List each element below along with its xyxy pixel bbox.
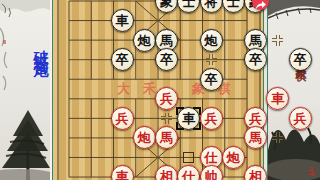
piece-red-soldier[interactable]: 兵: [289, 107, 312, 130]
piece-red-chariot[interactable]: 車: [266, 87, 289, 110]
piece-glyph: 炮: [205, 34, 218, 47]
piece-glyph: 相: [249, 170, 262, 180]
piece-red-chariot[interactable]: 車: [111, 165, 134, 180]
piece-black-soldier[interactable]: 卒: [111, 48, 134, 71]
piece-red-soldier[interactable]: 兵: [155, 87, 178, 110]
piece-glyph: 炮: [227, 151, 240, 164]
piece-glyph: 車: [271, 92, 284, 105]
piece-glyph: 将: [205, 0, 218, 8]
piece-glyph: 車: [182, 112, 195, 125]
piece-black-advisor[interactable]: 士: [222, 0, 245, 13]
piece-glyph: 兵: [205, 112, 218, 125]
piece-glyph: 馬: [160, 131, 173, 144]
piece-glyph: 兵: [160, 92, 173, 105]
piece-red-soldier[interactable]: 兵: [111, 107, 134, 130]
piece-glyph: 兵: [249, 112, 262, 125]
piece-black-cannon[interactable]: 炮: [133, 29, 156, 52]
position-cross-marker: [272, 35, 283, 46]
piece-red-cannon[interactable]: 炮: [133, 126, 156, 149]
piece-red-advisor[interactable]: 仕: [177, 165, 200, 180]
share-arrow-icon: [255, 0, 267, 10]
piece-glyph: 兵: [294, 112, 307, 125]
piece-glyph: 馬: [249, 131, 262, 144]
piece-black-elephant[interactable]: 象: [155, 0, 178, 13]
pine-tree: [0, 110, 50, 180]
landscape-painting-left: [0, 0, 50, 180]
piece-glyph: 士: [227, 0, 240, 8]
xiangqi-board[interactable]: 大禾象棋 象士将士象車炮馬炮馬卒卒卒卒卒車兵車兵兵兵兵炮馬馬仕炮車相仕帅相: [53, 0, 263, 180]
piece-glyph: 仕: [205, 151, 218, 164]
piece-glyph: 士: [182, 0, 195, 8]
game-screen: 破过宫炮 大禾象棋 大禾象棋 象士将士象車炮馬炮馬卒卒卒卒卒車兵車兵兵兵兵炮馬馬…: [0, 0, 320, 180]
piece-black-advisor[interactable]: 士: [177, 0, 200, 13]
piece-glyph: 車: [116, 14, 129, 27]
move-origin-marker: [183, 152, 194, 163]
piece-red-soldier[interactable]: 兵: [200, 107, 223, 130]
opening-title: 破过宫炮: [31, 38, 50, 54]
piece-glyph: 卒: [294, 53, 307, 66]
piece-glyph: 相: [160, 170, 173, 180]
piece-glyph: 馬: [249, 34, 262, 47]
piece-red-horse[interactable]: 馬: [244, 126, 267, 149]
piece-black-general[interactable]: 将: [200, 0, 223, 13]
piece-black-cannon[interactable]: 炮: [200, 29, 223, 52]
piece-glyph: 炮: [138, 34, 151, 47]
piece-glyph: 象: [160, 0, 173, 8]
piece-red-elephant[interactable]: 相: [155, 165, 178, 180]
piece-glyph: 卒: [205, 73, 218, 86]
piece-glyph: 炮: [138, 131, 151, 144]
position-cross-marker: [272, 132, 283, 143]
piece-red-general[interactable]: 帅: [200, 165, 223, 180]
piece-black-soldier[interactable]: 卒: [200, 68, 223, 91]
piece-glyph: 帅: [205, 170, 218, 180]
piece-red-cannon[interactable]: 炮: [222, 146, 245, 169]
pieces-layer: 象士将士象車炮馬炮馬卒卒卒卒卒車兵車兵兵兵兵炮馬馬仕炮車相仕帅相: [111, 0, 311, 180]
piece-glyph: 仕: [182, 170, 195, 180]
piece-red-horse[interactable]: 馬: [155, 126, 178, 149]
piece-black-soldier[interactable]: 卒: [155, 48, 178, 71]
position-cross-marker: [161, 113, 172, 124]
piece-red-elephant[interactable]: 相: [244, 165, 267, 180]
piece-glyph: 車: [116, 170, 129, 180]
piece-black-soldier[interactable]: 卒: [289, 48, 312, 71]
share-button[interactable]: [252, 0, 269, 10]
piece-black-chariot[interactable]: 車: [177, 107, 200, 130]
piece-glyph: 馬: [160, 34, 173, 47]
piece-glyph: 卒: [160, 53, 173, 66]
piece-black-chariot[interactable]: 車: [111, 9, 134, 32]
piece-glyph: 兵: [116, 112, 129, 125]
piece-glyph: 卒: [249, 53, 262, 66]
piece-black-soldier[interactable]: 卒: [244, 48, 267, 71]
position-cross-marker: [206, 54, 217, 65]
piece-glyph: 卒: [116, 53, 129, 66]
